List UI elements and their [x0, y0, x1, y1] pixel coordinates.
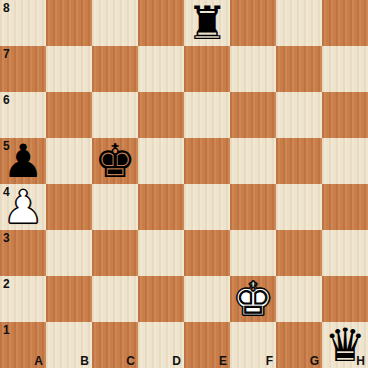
square-a3[interactable]: 3: [0, 230, 46, 276]
square-c7[interactable]: [92, 46, 138, 92]
white-pawn[interactable]: ♟: [2, 184, 43, 230]
square-b7[interactable]: [46, 46, 92, 92]
square-a5[interactable]: 5♟: [0, 138, 46, 184]
square-a8[interactable]: 8: [0, 0, 46, 46]
square-f4[interactable]: [230, 184, 276, 230]
black-pawn[interactable]: ♟: [2, 138, 43, 184]
white-king[interactable]: ♚: [232, 276, 273, 322]
square-d4[interactable]: [138, 184, 184, 230]
file-label-e: E: [219, 354, 227, 368]
square-h4[interactable]: [322, 184, 368, 230]
square-d5[interactable]: [138, 138, 184, 184]
square-g6[interactable]: [276, 92, 322, 138]
black-queen[interactable]: ♛: [324, 322, 365, 368]
square-e7[interactable]: [184, 46, 230, 92]
square-a2[interactable]: 2: [0, 276, 46, 322]
rank-label-2: 2: [3, 277, 10, 291]
square-f7[interactable]: [230, 46, 276, 92]
square-d8[interactable]: [138, 0, 184, 46]
square-g5[interactable]: [276, 138, 322, 184]
square-f5[interactable]: [230, 138, 276, 184]
square-d3[interactable]: [138, 230, 184, 276]
square-a7[interactable]: 7: [0, 46, 46, 92]
square-g7[interactable]: [276, 46, 322, 92]
square-h6[interactable]: [322, 92, 368, 138]
square-g3[interactable]: [276, 230, 322, 276]
square-f3[interactable]: [230, 230, 276, 276]
square-c4[interactable]: [92, 184, 138, 230]
square-a6[interactable]: 6: [0, 92, 46, 138]
square-e2[interactable]: [184, 276, 230, 322]
rank-label-7: 7: [3, 47, 10, 61]
file-label-d: D: [172, 354, 181, 368]
square-b5[interactable]: [46, 138, 92, 184]
square-c5[interactable]: ♚: [92, 138, 138, 184]
square-e4[interactable]: [184, 184, 230, 230]
square-e1[interactable]: E: [184, 322, 230, 368]
file-label-f: F: [266, 354, 273, 368]
rank-label-8: 8: [3, 1, 10, 15]
square-a1[interactable]: 1A: [0, 322, 46, 368]
square-d1[interactable]: D: [138, 322, 184, 368]
square-e6[interactable]: [184, 92, 230, 138]
square-c6[interactable]: [92, 92, 138, 138]
file-label-b: B: [80, 354, 89, 368]
square-b8[interactable]: [46, 0, 92, 46]
square-f2[interactable]: ♚: [230, 276, 276, 322]
square-d7[interactable]: [138, 46, 184, 92]
square-g2[interactable]: [276, 276, 322, 322]
rank-label-6: 6: [3, 93, 10, 107]
square-g8[interactable]: [276, 0, 322, 46]
square-e8[interactable]: ♜: [184, 0, 230, 46]
file-label-g: G: [310, 354, 319, 368]
square-b6[interactable]: [46, 92, 92, 138]
square-f1[interactable]: F: [230, 322, 276, 368]
square-h5[interactable]: [322, 138, 368, 184]
square-e3[interactable]: [184, 230, 230, 276]
square-c8[interactable]: [92, 0, 138, 46]
square-h1[interactable]: H♛: [322, 322, 368, 368]
black-rook[interactable]: ♜: [186, 0, 227, 46]
square-a4[interactable]: 4♟: [0, 184, 46, 230]
square-c2[interactable]: [92, 276, 138, 322]
chess-board: 8♜765♟♚4♟32♚1ABCDEFGH♛: [0, 0, 368, 368]
square-b2[interactable]: [46, 276, 92, 322]
square-b4[interactable]: [46, 184, 92, 230]
square-d6[interactable]: [138, 92, 184, 138]
black-king[interactable]: ♚: [94, 138, 135, 184]
square-g4[interactable]: [276, 184, 322, 230]
square-f6[interactable]: [230, 92, 276, 138]
square-h3[interactable]: [322, 230, 368, 276]
square-c3[interactable]: [92, 230, 138, 276]
rank-label-1: 1: [3, 323, 10, 337]
square-b1[interactable]: B: [46, 322, 92, 368]
square-b3[interactable]: [46, 230, 92, 276]
square-g1[interactable]: G: [276, 322, 322, 368]
square-e5[interactable]: [184, 138, 230, 184]
square-f8[interactable]: [230, 0, 276, 46]
square-h7[interactable]: [322, 46, 368, 92]
file-label-c: C: [126, 354, 135, 368]
square-h8[interactable]: [322, 0, 368, 46]
square-d2[interactable]: [138, 276, 184, 322]
square-h2[interactable]: [322, 276, 368, 322]
file-label-a: A: [34, 354, 43, 368]
square-c1[interactable]: C: [92, 322, 138, 368]
